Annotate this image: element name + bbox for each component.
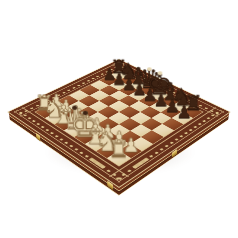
- brass-clasp: [107, 181, 113, 190]
- piece-white-rook[interactable]: ♜: [100, 119, 139, 160]
- chess-piece-glyph: ♟: [176, 104, 192, 119]
- chess-piece-glyph: ♜: [108, 140, 129, 160]
- piece-black-pawn[interactable]: ♟: [167, 82, 202, 119]
- chess-set-photo: ♜♞♝♛♚♝♞♜♟♟♟♟♟♟♟♟♟♟♟♟♟♟♟♟♜♞♝♛♚♝♞♜: [0, 0, 238, 238]
